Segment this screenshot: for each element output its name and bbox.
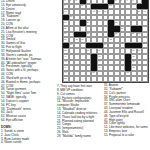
cell-number: 24 <box>64 32 66 34</box>
cell-number: 20 <box>87 21 89 23</box>
cell-number: 14 <box>98 10 100 12</box>
cell-number: 3 <box>76 0 77 1</box>
cell-number: 43 <box>64 60 66 62</box>
left-clue-column: 14. Desire15. Eye amorously16. Desire17.… <box>1 0 56 145</box>
right-clue-column: 31. Asante32. "Kaboom!"33. Cul's partner… <box>104 84 150 138</box>
cell-number: 44 <box>98 60 100 62</box>
cell-number: 1 <box>64 0 65 1</box>
cell-number: 31 <box>81 38 83 40</box>
down-clues-middle: 7. They say have first own8. MM VP condi… <box>57 85 102 139</box>
cell-number: 30 <box>76 38 78 40</box>
cell-number: 6 <box>121 0 122 1</box>
cell-number: 36 <box>87 49 89 51</box>
cell-number: 9 <box>64 4 65 6</box>
cell-number: 52 <box>64 77 66 79</box>
cell-number: 2 <box>70 0 71 1</box>
cell-number: 32 <box>110 38 112 40</box>
cell-number: 7 <box>127 0 128 1</box>
cell-number: 16 <box>138 10 140 12</box>
down-clues-start: 1. Sands is stone2. Jazz Chick3. Rum-Lot… <box>1 130 56 145</box>
middle-clue-column: 7. They say have first own8. MM VP condi… <box>57 85 102 139</box>
clue-item: 29. "Matilda" family name <box>57 135 102 139</box>
cell-number: 11 <box>110 4 112 6</box>
cell-number: 48 <box>132 66 134 68</box>
cell-number: 19 <box>64 21 66 23</box>
cell-number: 39 <box>138 49 140 51</box>
cell-number: 12 <box>64 10 66 12</box>
cell-number: 40 <box>64 55 66 57</box>
clue-item: 55. Proposal to a cake <box>104 134 150 138</box>
cell-number: 23 <box>121 27 123 29</box>
crossword-grid: 1234567891011121314151617181920212223242… <box>62 0 149 83</box>
cell-number: 35 <box>64 49 66 51</box>
cell-number: 25 <box>87 32 89 34</box>
cell-number: 13 <box>93 10 95 12</box>
cell-number: 22 <box>64 27 66 29</box>
cell-number: 34 <box>104 43 106 45</box>
cell-number: 47 <box>98 66 100 68</box>
cell-number: 17 <box>144 10 146 12</box>
cell-number: 10 <box>81 4 83 6</box>
cell-number: 51 <box>127 71 129 73</box>
across-clues-continued: 14. Desire15. Eye amorously16. Desire17.… <box>1 0 56 123</box>
cell-number: 26 <box>115 32 117 34</box>
cell-number: 33 <box>70 43 72 45</box>
cell-number: 38 <box>132 49 134 51</box>
cell-number: 45 <box>132 60 134 62</box>
cell-number: 42 <box>132 55 134 57</box>
cell-number: 46 <box>64 66 66 68</box>
grid-cell <box>142 76 148 82</box>
cell-number: 21 <box>115 21 117 23</box>
cell-number: 37 <box>98 49 100 51</box>
clue-item: 64. Eye affliction <box>1 119 56 123</box>
down-clues-right: 31. Asante32. "Kaboom!"33. Cul's partner… <box>104 84 150 138</box>
cell-number: 29 <box>64 38 66 40</box>
cell-number: 4 <box>87 0 88 1</box>
cell-number: 50 <box>93 71 95 73</box>
clue-item: 4. Water carrier <box>1 141 56 145</box>
cell-number: 49 <box>64 71 66 73</box>
cell-number: 5 <box>115 0 116 1</box>
cell-number: 28 <box>138 32 140 34</box>
cell-number: 41 <box>98 55 100 57</box>
cell-number: 8 <box>132 0 133 1</box>
cell-number: 15 <box>104 10 106 12</box>
cell-number: 27 <box>132 32 134 34</box>
cell-number: 18 <box>70 15 72 17</box>
